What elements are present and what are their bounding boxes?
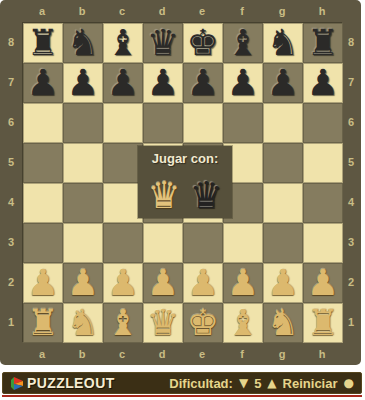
square-d1[interactable]: ♛ [143, 303, 183, 343]
square-h4[interactable] [303, 183, 343, 223]
rank-label-2: 2 [341, 262, 361, 302]
square-c4[interactable] [103, 183, 143, 223]
square-d6[interactable] [143, 103, 183, 143]
square-a7[interactable]: ♟ [23, 63, 63, 103]
piece-black-pawn: ♟ [147, 63, 179, 103]
file-label-g: g [262, 343, 302, 365]
piece-black-knight: ♞ [267, 23, 299, 63]
rank-label-4: 4 [0, 182, 22, 222]
dialog-title: Jugar con: [152, 151, 218, 166]
square-g8[interactable]: ♞ [263, 23, 303, 63]
rank-label-5: 5 [341, 142, 361, 182]
square-g2[interactable]: ♟ [263, 263, 303, 303]
rank-label-3: 3 [0, 222, 22, 262]
rank-label-2: 2 [0, 262, 22, 302]
square-d2[interactable]: ♟ [143, 263, 183, 303]
file-label-a: a [22, 0, 62, 22]
square-g4[interactable] [263, 183, 303, 223]
square-c5[interactable] [103, 143, 143, 183]
rank-label-7: 7 [0, 62, 22, 102]
file-label-e: e [182, 343, 222, 365]
square-a2[interactable]: ♟ [23, 263, 63, 303]
piece-white-pawn: ♟ [307, 263, 339, 303]
square-h3[interactable] [303, 223, 343, 263]
square-c8[interactable]: ♝ [103, 23, 143, 63]
file-label-e: e [182, 0, 222, 22]
square-d3[interactable] [143, 223, 183, 263]
rank-label-4: 4 [341, 182, 361, 222]
square-g5[interactable] [263, 143, 303, 183]
square-f2[interactable]: ♟ [223, 263, 263, 303]
square-c1[interactable]: ♝ [103, 303, 143, 343]
piece-black-pawn: ♟ [267, 63, 299, 103]
piece-white-pawn: ♟ [27, 263, 59, 303]
difficulty-label: Dificultad: [169, 376, 233, 391]
piece-white-bishop: ♝ [107, 303, 139, 343]
square-f6[interactable] [223, 103, 263, 143]
piece-white-pawn: ♟ [187, 263, 219, 303]
rank-label-6: 6 [341, 102, 361, 142]
file-labels-bottom: abcdefgh [22, 343, 342, 365]
piece-white-rook: ♜ [307, 303, 339, 343]
file-label-a: a [22, 343, 62, 365]
square-b5[interactable] [63, 143, 103, 183]
file-label-g: g [262, 0, 302, 22]
square-f7[interactable]: ♟ [223, 63, 263, 103]
square-a8[interactable]: ♜ [23, 23, 63, 63]
square-c7[interactable]: ♟ [103, 63, 143, 103]
square-e1[interactable]: ♚ [183, 303, 223, 343]
rank-label-8: 8 [341, 22, 361, 62]
square-a6[interactable] [23, 103, 63, 143]
square-b2[interactable]: ♟ [63, 263, 103, 303]
choose-side-dialog: Jugar con: ♛ ♛ [138, 146, 232, 218]
square-g7[interactable]: ♟ [263, 63, 303, 103]
square-f8[interactable]: ♝ [223, 23, 263, 63]
square-c3[interactable] [103, 223, 143, 263]
piece-black-rook: ♜ [27, 23, 59, 63]
square-b1[interactable]: ♞ [63, 303, 103, 343]
square-b3[interactable] [63, 223, 103, 263]
square-e7[interactable]: ♟ [183, 63, 223, 103]
difficulty-up-icon[interactable]: ▲ [267, 376, 276, 390]
file-label-f: f [222, 0, 262, 22]
piece-black-bishop: ♝ [227, 23, 259, 63]
piece-black-pawn: ♟ [307, 63, 339, 103]
piece-white-pawn: ♟ [147, 263, 179, 303]
piece-black-pawn: ♟ [107, 63, 139, 103]
piece-black-pawn: ♟ [27, 63, 59, 103]
square-h8[interactable]: ♜ [303, 23, 343, 63]
square-d7[interactable]: ♟ [143, 63, 183, 103]
square-a4[interactable] [23, 183, 63, 223]
file-label-h: h [302, 343, 342, 365]
accent-line [2, 395, 362, 397]
piece-black-bishop: ♝ [107, 23, 139, 63]
square-f3[interactable] [223, 223, 263, 263]
difficulty-value: 5 [254, 376, 261, 391]
piece-white-queen: ♛ [147, 303, 179, 343]
square-e2[interactable]: ♟ [183, 263, 223, 303]
square-e6[interactable] [183, 103, 223, 143]
rank-label-5: 5 [0, 142, 22, 182]
square-h6[interactable] [303, 103, 343, 143]
square-h1[interactable]: ♜ [303, 303, 343, 343]
rank-label-6: 6 [0, 102, 22, 142]
square-c2[interactable]: ♟ [103, 263, 143, 303]
piece-white-pawn: ♟ [107, 263, 139, 303]
square-c6[interactable] [103, 103, 143, 143]
piece-black-pawn: ♟ [187, 63, 219, 103]
brand-text: PUZZLEOUT [27, 375, 115, 391]
file-label-h: h [302, 0, 342, 22]
rank-label-3: 3 [341, 222, 361, 262]
file-label-d: d [142, 0, 182, 22]
play-black-button[interactable]: ♛ [190, 176, 223, 216]
square-b8[interactable]: ♞ [63, 23, 103, 63]
square-g6[interactable] [263, 103, 303, 143]
square-h7[interactable]: ♟ [303, 63, 343, 103]
piece-white-pawn: ♟ [267, 263, 299, 303]
file-label-b: b [62, 0, 102, 22]
rank-labels-left: 87654321 [0, 22, 22, 342]
menu-bullet-button[interactable]: ● [344, 376, 354, 390]
chess-board: abcdefgh abcdefgh 87654321 87654321 ♜♞♝♛… [0, 0, 361, 365]
difficulty-down-icon[interactable]: ▼ [239, 376, 248, 390]
piece-white-king: ♚ [187, 303, 219, 343]
square-h2[interactable]: ♟ [303, 263, 343, 303]
rank-label-7: 7 [341, 62, 361, 102]
pinwheel-icon [10, 376, 24, 391]
square-b4[interactable] [63, 183, 103, 223]
square-f1[interactable]: ♝ [223, 303, 263, 343]
piece-black-rook: ♜ [307, 23, 339, 63]
piece-white-knight: ♞ [67, 303, 99, 343]
piece-black-knight: ♞ [67, 23, 99, 63]
piece-black-queen: ♛ [147, 23, 179, 63]
rank-label-8: 8 [0, 22, 22, 62]
dialog-piece-options: ♛ ♛ [138, 166, 232, 218]
rank-label-1: 1 [0, 302, 22, 342]
square-b7[interactable]: ♟ [63, 63, 103, 103]
puzzleout-logo[interactable]: PUZZLEOUT [10, 375, 115, 391]
square-a1[interactable]: ♜ [23, 303, 63, 343]
file-label-d: d [142, 343, 182, 365]
piece-black-pawn: ♟ [67, 63, 99, 103]
restart-button[interactable]: Reiniciar [283, 376, 338, 391]
rank-label-1: 1 [341, 302, 361, 342]
file-label-c: c [102, 343, 142, 365]
square-e3[interactable] [183, 223, 223, 263]
file-label-b: b [62, 343, 102, 365]
square-b6[interactable] [63, 103, 103, 143]
rank-labels-right: 87654321 [341, 22, 361, 342]
piece-black-pawn: ♟ [227, 63, 259, 103]
square-h5[interactable] [303, 143, 343, 183]
square-a5[interactable] [23, 143, 63, 183]
square-e8[interactable]: ♚ [183, 23, 223, 63]
square-g1[interactable]: ♞ [263, 303, 303, 343]
play-white-button[interactable]: ♛ [147, 176, 180, 216]
square-a3[interactable] [23, 223, 63, 263]
piece-black-king: ♚ [187, 23, 219, 63]
piece-white-knight: ♞ [267, 303, 299, 343]
square-d8[interactable]: ♛ [143, 23, 183, 63]
piece-white-rook: ♜ [27, 303, 59, 343]
piece-white-pawn: ♟ [227, 263, 259, 303]
file-label-f: f [222, 343, 262, 365]
square-g3[interactable] [263, 223, 303, 263]
bottom-toolbar: PUZZLEOUT Dificultad: ▼ 5 ▲ Reiniciar ● [2, 372, 362, 394]
piece-white-bishop: ♝ [227, 303, 259, 343]
piece-white-pawn: ♟ [67, 263, 99, 303]
file-labels-top: abcdefgh [22, 0, 342, 22]
file-label-c: c [102, 0, 142, 22]
toolbar-controls: Dificultad: ▼ 5 ▲ Reiniciar ● [169, 376, 354, 391]
